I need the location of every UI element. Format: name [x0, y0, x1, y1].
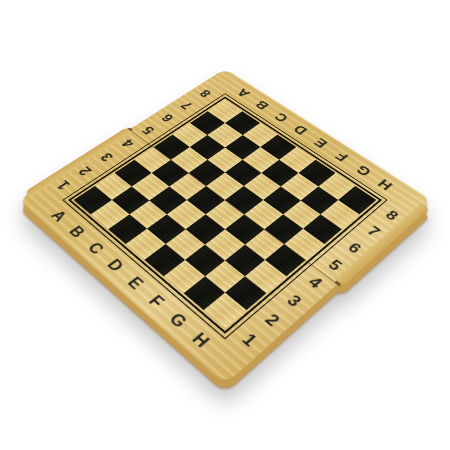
product-photo-scene: ABCDEFGH ABCDEFGH 87654321 87654321	[0, 0, 450, 450]
playing-area	[62, 93, 387, 339]
chess-board: ABCDEFGH ABCDEFGH 87654321 87654321	[19, 69, 432, 385]
playing-area-inner-border	[68, 97, 382, 334]
